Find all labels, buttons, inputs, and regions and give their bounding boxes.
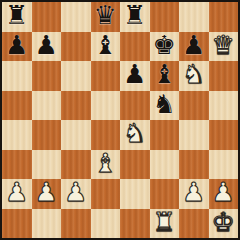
black-pawn[interactable]: ♟: [5, 32, 28, 60]
square-a5[interactable]: [2, 91, 32, 121]
square-h5[interactable]: [209, 91, 239, 121]
square-h7[interactable]: ♛: [209, 32, 239, 62]
square-f5[interactable]: ♞: [150, 91, 180, 121]
square-d3[interactable]: ♝: [91, 150, 121, 180]
square-a6[interactable]: [2, 61, 32, 91]
chess-board-frame: ♜♛♜♟♟♝♚♟♛♟♝♞♞♞♝♟♟♟♟♟♜♚: [0, 0, 240, 240]
square-f3[interactable]: [150, 150, 180, 180]
square-e8[interactable]: ♜: [120, 2, 150, 32]
chess-board: ♜♛♜♟♟♝♚♟♛♟♝♞♞♞♝♟♟♟♟♟♜♚: [2, 2, 238, 238]
square-f7[interactable]: ♚: [150, 32, 180, 62]
square-a2[interactable]: ♟: [2, 179, 32, 209]
square-g7[interactable]: ♟: [179, 32, 209, 62]
square-h2[interactable]: ♟: [209, 179, 239, 209]
black-rook[interactable]: ♜: [123, 2, 146, 30]
white-pawn[interactable]: ♟: [64, 179, 87, 207]
square-d5[interactable]: [91, 91, 121, 121]
square-d4[interactable]: [91, 120, 121, 150]
white-pawn[interactable]: ♟: [35, 179, 58, 207]
square-d2[interactable]: [91, 179, 121, 209]
square-c1[interactable]: [61, 209, 91, 239]
square-e5[interactable]: [120, 91, 150, 121]
square-g5[interactable]: [179, 91, 209, 121]
square-g4[interactable]: [179, 120, 209, 150]
square-a7[interactable]: ♟: [2, 32, 32, 62]
square-g6[interactable]: ♞: [179, 61, 209, 91]
black-bishop[interactable]: ♝: [153, 61, 176, 89]
square-a3[interactable]: [2, 150, 32, 180]
square-b6[interactable]: [32, 61, 62, 91]
square-a8[interactable]: ♜: [2, 2, 32, 32]
square-d8[interactable]: ♛: [91, 2, 121, 32]
square-c8[interactable]: [61, 2, 91, 32]
square-b7[interactable]: ♟: [32, 32, 62, 62]
square-h6[interactable]: [209, 61, 239, 91]
square-c7[interactable]: [61, 32, 91, 62]
black-rook[interactable]: ♜: [5, 2, 28, 30]
black-bishop[interactable]: ♝: [94, 32, 117, 60]
square-f2[interactable]: [150, 179, 180, 209]
square-e3[interactable]: [120, 150, 150, 180]
square-a1[interactable]: [2, 209, 32, 239]
square-d6[interactable]: [91, 61, 121, 91]
black-pawn[interactable]: ♟: [35, 32, 58, 60]
square-e6[interactable]: ♟: [120, 61, 150, 91]
square-b4[interactable]: [32, 120, 62, 150]
square-b1[interactable]: [32, 209, 62, 239]
square-f8[interactable]: [150, 2, 180, 32]
square-f1[interactable]: ♜: [150, 209, 180, 239]
white-rook[interactable]: ♜: [153, 209, 176, 237]
square-b2[interactable]: ♟: [32, 179, 62, 209]
square-g3[interactable]: [179, 150, 209, 180]
white-king[interactable]: ♚: [212, 209, 235, 237]
black-pawn[interactable]: ♟: [123, 61, 146, 89]
white-pawn[interactable]: ♟: [212, 179, 235, 207]
white-knight[interactable]: ♞: [182, 61, 205, 89]
square-a4[interactable]: [2, 120, 32, 150]
square-d1[interactable]: [91, 209, 121, 239]
square-b8[interactable]: [32, 2, 62, 32]
square-c4[interactable]: [61, 120, 91, 150]
white-queen[interactable]: ♛: [212, 32, 235, 60]
square-h4[interactable]: [209, 120, 239, 150]
white-pawn[interactable]: ♟: [182, 179, 205, 207]
square-f4[interactable]: [150, 120, 180, 150]
square-h1[interactable]: ♚: [209, 209, 239, 239]
square-e4[interactable]: ♞: [120, 120, 150, 150]
square-b3[interactable]: [32, 150, 62, 180]
square-f6[interactable]: ♝: [150, 61, 180, 91]
square-h3[interactable]: [209, 150, 239, 180]
square-d7[interactable]: ♝: [91, 32, 121, 62]
black-queen[interactable]: ♛: [94, 2, 117, 30]
square-e2[interactable]: [120, 179, 150, 209]
square-c6[interactable]: [61, 61, 91, 91]
square-e1[interactable]: [120, 209, 150, 239]
white-knight[interactable]: ♞: [123, 120, 146, 148]
white-pawn[interactable]: ♟: [5, 179, 28, 207]
black-knight[interactable]: ♞: [153, 91, 176, 119]
square-g8[interactable]: [179, 2, 209, 32]
square-g1[interactable]: [179, 209, 209, 239]
black-king[interactable]: ♚: [153, 32, 176, 60]
square-e7[interactable]: [120, 32, 150, 62]
black-pawn[interactable]: ♟: [182, 32, 205, 60]
square-c3[interactable]: [61, 150, 91, 180]
white-bishop[interactable]: ♝: [94, 150, 117, 178]
square-h8[interactable]: [209, 2, 239, 32]
square-c2[interactable]: ♟: [61, 179, 91, 209]
square-g2[interactable]: ♟: [179, 179, 209, 209]
square-c5[interactable]: [61, 91, 91, 121]
square-b5[interactable]: [32, 91, 62, 121]
